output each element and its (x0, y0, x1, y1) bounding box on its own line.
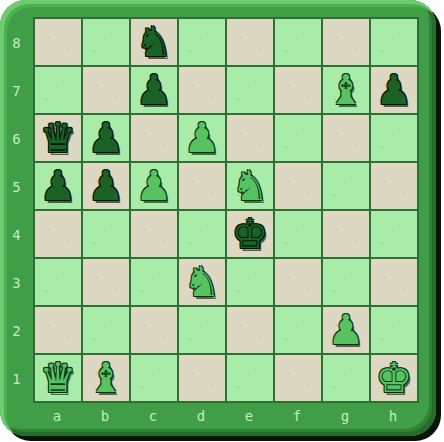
rank-label-7: 7 (0, 67, 33, 115)
piece-white-knight[interactable]: ♞ (184, 259, 221, 305)
square-a7[interactable] (35, 67, 81, 113)
square-a4[interactable] (35, 211, 81, 257)
square-e1[interactable] (227, 355, 273, 401)
square-g5[interactable] (323, 163, 369, 209)
square-c2[interactable] (131, 307, 177, 353)
square-a3[interactable] (35, 259, 81, 305)
square-d2[interactable] (179, 307, 225, 353)
piece-black-pawn[interactable]: ♟ (136, 67, 173, 113)
piece-white-pawn[interactable]: ♟ (328, 307, 365, 353)
square-f4[interactable] (275, 211, 321, 257)
square-a1[interactable]: ♛ (35, 355, 81, 401)
file-label-d: d (177, 403, 225, 431)
square-b5[interactable]: ♟ (83, 163, 129, 209)
square-g7[interactable]: ♝ (323, 67, 369, 113)
square-e3[interactable] (227, 259, 273, 305)
square-b6[interactable]: ♟ (83, 115, 129, 161)
square-d7[interactable] (179, 67, 225, 113)
piece-white-queen[interactable]: ♛ (40, 355, 77, 401)
square-c6[interactable] (131, 115, 177, 161)
square-d5[interactable] (179, 163, 225, 209)
file-label-h: h (369, 403, 417, 431)
file-label-c: c (129, 403, 177, 431)
square-f3[interactable] (275, 259, 321, 305)
piece-black-knight[interactable]: ♞ (136, 19, 173, 65)
square-c1[interactable] (131, 355, 177, 401)
square-e4[interactable]: ♚ (227, 211, 273, 257)
rank-label-4: 4 (0, 211, 33, 259)
rank-label-6: 6 (0, 115, 33, 163)
piece-white-king[interactable]: ♚ (376, 355, 413, 401)
rank-label-5: 5 (0, 163, 33, 211)
square-b7[interactable] (83, 67, 129, 113)
square-h2[interactable] (371, 307, 417, 353)
square-d4[interactable] (179, 211, 225, 257)
piece-white-bishop[interactable]: ♝ (88, 355, 125, 401)
square-f6[interactable] (275, 115, 321, 161)
square-e2[interactable] (227, 307, 273, 353)
square-h7[interactable]: ♟ (371, 67, 417, 113)
rank-label-8: 8 (0, 19, 33, 67)
piece-white-bishop[interactable]: ♝ (328, 67, 365, 113)
piece-white-pawn[interactable]: ♟ (184, 115, 221, 161)
file-label-f: f (273, 403, 321, 431)
board-window-frame: ♞♟♝♟♛♟♟♟♟♟♞♚♞♟♛♝♚ 87654321 abcdefgh (0, 0, 436, 436)
file-label-b: b (81, 403, 129, 431)
square-h3[interactable] (371, 259, 417, 305)
square-a8[interactable] (35, 19, 81, 65)
square-g6[interactable] (323, 115, 369, 161)
square-f1[interactable] (275, 355, 321, 401)
file-label-a: a (33, 403, 81, 431)
square-c7[interactable]: ♟ (131, 67, 177, 113)
piece-black-king[interactable]: ♚ (232, 211, 269, 257)
rank-label-2: 2 (0, 307, 33, 355)
square-a5[interactable]: ♟ (35, 163, 81, 209)
piece-white-knight[interactable]: ♞ (232, 163, 269, 209)
square-e8[interactable] (227, 19, 273, 65)
square-d8[interactable] (179, 19, 225, 65)
square-c3[interactable] (131, 259, 177, 305)
piece-black-pawn[interactable]: ♟ (88, 115, 125, 161)
square-b3[interactable] (83, 259, 129, 305)
square-e7[interactable] (227, 67, 273, 113)
piece-white-pawn[interactable]: ♟ (136, 163, 173, 209)
square-f2[interactable] (275, 307, 321, 353)
square-e5[interactable]: ♞ (227, 163, 273, 209)
square-g3[interactable] (323, 259, 369, 305)
square-b1[interactable]: ♝ (83, 355, 129, 401)
square-f5[interactable] (275, 163, 321, 209)
piece-black-queen[interactable]: ♛ (40, 115, 77, 161)
rank-label-1: 1 (0, 355, 33, 403)
rank-label-3: 3 (0, 259, 33, 307)
square-c8[interactable]: ♞ (131, 19, 177, 65)
square-d3[interactable]: ♞ (179, 259, 225, 305)
piece-black-pawn[interactable]: ♟ (88, 163, 125, 209)
square-c5[interactable]: ♟ (131, 163, 177, 209)
square-a6[interactable]: ♛ (35, 115, 81, 161)
square-d1[interactable] (179, 355, 225, 401)
square-g1[interactable] (323, 355, 369, 401)
square-b4[interactable] (83, 211, 129, 257)
square-c4[interactable] (131, 211, 177, 257)
square-b8[interactable] (83, 19, 129, 65)
square-b2[interactable] (83, 307, 129, 353)
square-h6[interactable] (371, 115, 417, 161)
square-h5[interactable] (371, 163, 417, 209)
chess-board: ♞♟♝♟♛♟♟♟♟♟♞♚♞♟♛♝♚ (33, 17, 419, 403)
file-label-g: g (321, 403, 369, 431)
file-label-e: e (225, 403, 273, 431)
square-e6[interactable] (227, 115, 273, 161)
piece-black-pawn[interactable]: ♟ (376, 67, 413, 113)
piece-black-pawn[interactable]: ♟ (40, 163, 77, 209)
square-f7[interactable] (275, 67, 321, 113)
square-g2[interactable]: ♟ (323, 307, 369, 353)
square-d6[interactable]: ♟ (179, 115, 225, 161)
square-h4[interactable] (371, 211, 417, 257)
square-a2[interactable] (35, 307, 81, 353)
square-f8[interactable] (275, 19, 321, 65)
square-g4[interactable] (323, 211, 369, 257)
square-g8[interactable] (323, 19, 369, 65)
square-h1[interactable]: ♚ (371, 355, 417, 401)
square-h8[interactable] (371, 19, 417, 65)
